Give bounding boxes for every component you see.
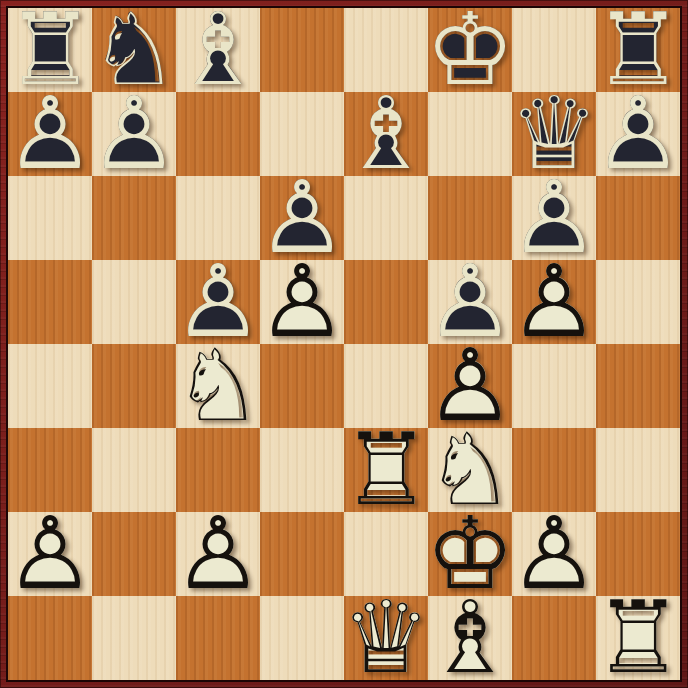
white-pawn-g2[interactable]: ♟♙ bbox=[512, 512, 596, 596]
square-e5[interactable] bbox=[344, 260, 428, 344]
square-c7[interactable] bbox=[176, 92, 260, 176]
white-pawn-outline-glyph: ♙ bbox=[260, 260, 344, 344]
black-pawn-outline-glyph: ♙ bbox=[596, 92, 680, 176]
white-queen-outline-glyph: ♕ bbox=[344, 596, 428, 680]
square-d1[interactable] bbox=[260, 596, 344, 680]
white-rook-outline-glyph: ♖ bbox=[344, 428, 428, 512]
black-king-f8[interactable]: ♚♔ bbox=[428, 8, 512, 92]
square-h3[interactable] bbox=[596, 428, 680, 512]
white-pawn-outline-glyph: ♙ bbox=[176, 512, 260, 596]
white-pawn-outline-glyph: ♙ bbox=[8, 512, 92, 596]
black-bishop-e7[interactable]: ♝♗ bbox=[344, 92, 428, 176]
white-pawn-g5[interactable]: ♟♙ bbox=[512, 260, 596, 344]
chess-board: ♜♖♞♘♝♗♚♔♜♖♟♙♟♙♝♗♛♕♟♙♟♙♟♙♟♙♟♙♟♙♟♙♞♘♟♙♜♖♞♘… bbox=[6, 6, 682, 682]
square-h1[interactable]: ♜♖ bbox=[596, 596, 680, 680]
black-king-outline-glyph: ♔ bbox=[428, 8, 512, 92]
square-a2[interactable]: ♟♙ bbox=[8, 512, 92, 596]
square-e1[interactable]: ♛♕ bbox=[344, 596, 428, 680]
white-pawn-c2[interactable]: ♟♙ bbox=[176, 512, 260, 596]
white-pawn-outline-glyph: ♙ bbox=[512, 512, 596, 596]
square-d8[interactable] bbox=[260, 8, 344, 92]
board-frame: ♜♖♞♘♝♗♚♔♜♖♟♙♟♙♝♗♛♕♟♙♟♙♟♙♟♙♟♙♟♙♟♙♞♘♟♙♜♖♞♘… bbox=[0, 0, 688, 688]
black-pawn-outline-glyph: ♙ bbox=[92, 92, 176, 176]
white-pawn-a2[interactable]: ♟♙ bbox=[8, 512, 92, 596]
square-e3[interactable]: ♜♖ bbox=[344, 428, 428, 512]
square-a5[interactable] bbox=[8, 260, 92, 344]
white-rook-e3[interactable]: ♜♖ bbox=[344, 428, 428, 512]
square-d5[interactable]: ♟♙ bbox=[260, 260, 344, 344]
square-b3[interactable] bbox=[92, 428, 176, 512]
square-g4[interactable] bbox=[512, 344, 596, 428]
square-d3[interactable] bbox=[260, 428, 344, 512]
black-pawn-outline-glyph: ♙ bbox=[8, 92, 92, 176]
white-queen-e1[interactable]: ♛♕ bbox=[344, 596, 428, 680]
square-a1[interactable] bbox=[8, 596, 92, 680]
square-a7[interactable]: ♟♙ bbox=[8, 92, 92, 176]
white-knight-outline-glyph: ♘ bbox=[176, 344, 260, 428]
square-h6[interactable] bbox=[596, 176, 680, 260]
square-h5[interactable] bbox=[596, 260, 680, 344]
square-e7[interactable]: ♝♗ bbox=[344, 92, 428, 176]
white-rook-outline-glyph: ♖ bbox=[596, 596, 680, 680]
square-c2[interactable]: ♟♙ bbox=[176, 512, 260, 596]
black-bishop-outline-glyph: ♗ bbox=[176, 8, 260, 92]
square-e6[interactable] bbox=[344, 176, 428, 260]
square-b4[interactable] bbox=[92, 344, 176, 428]
white-pawn-d5[interactable]: ♟♙ bbox=[260, 260, 344, 344]
black-pawn-b7[interactable]: ♟♙ bbox=[92, 92, 176, 176]
square-b6[interactable] bbox=[92, 176, 176, 260]
white-bishop-f1[interactable]: ♝♗ bbox=[428, 596, 512, 680]
square-d4[interactable] bbox=[260, 344, 344, 428]
square-g2[interactable]: ♟♙ bbox=[512, 512, 596, 596]
square-c1[interactable] bbox=[176, 596, 260, 680]
black-pawn-h7[interactable]: ♟♙ bbox=[596, 92, 680, 176]
square-a6[interactable] bbox=[8, 176, 92, 260]
square-g1[interactable] bbox=[512, 596, 596, 680]
white-pawn-outline-glyph: ♙ bbox=[512, 260, 596, 344]
black-bishop-outline-glyph: ♗ bbox=[344, 92, 428, 176]
square-a4[interactable] bbox=[8, 344, 92, 428]
black-bishop-c8[interactable]: ♝♗ bbox=[176, 8, 260, 92]
white-bishop-outline-glyph: ♗ bbox=[428, 596, 512, 680]
square-b2[interactable] bbox=[92, 512, 176, 596]
white-rook-h1[interactable]: ♜♖ bbox=[596, 596, 680, 680]
black-pawn-a7[interactable]: ♟♙ bbox=[8, 92, 92, 176]
square-b1[interactable] bbox=[92, 596, 176, 680]
square-c4[interactable]: ♞♘ bbox=[176, 344, 260, 428]
square-c8[interactable]: ♝♗ bbox=[176, 8, 260, 92]
white-knight-c4[interactable]: ♞♘ bbox=[176, 344, 260, 428]
square-h7[interactable]: ♟♙ bbox=[596, 92, 680, 176]
square-h4[interactable] bbox=[596, 344, 680, 428]
square-f1[interactable]: ♝♗ bbox=[428, 596, 512, 680]
square-b7[interactable]: ♟♙ bbox=[92, 92, 176, 176]
square-b5[interactable] bbox=[92, 260, 176, 344]
square-g5[interactable]: ♟♙ bbox=[512, 260, 596, 344]
square-f8[interactable]: ♚♔ bbox=[428, 8, 512, 92]
square-d2[interactable] bbox=[260, 512, 344, 596]
square-f7[interactable] bbox=[428, 92, 512, 176]
